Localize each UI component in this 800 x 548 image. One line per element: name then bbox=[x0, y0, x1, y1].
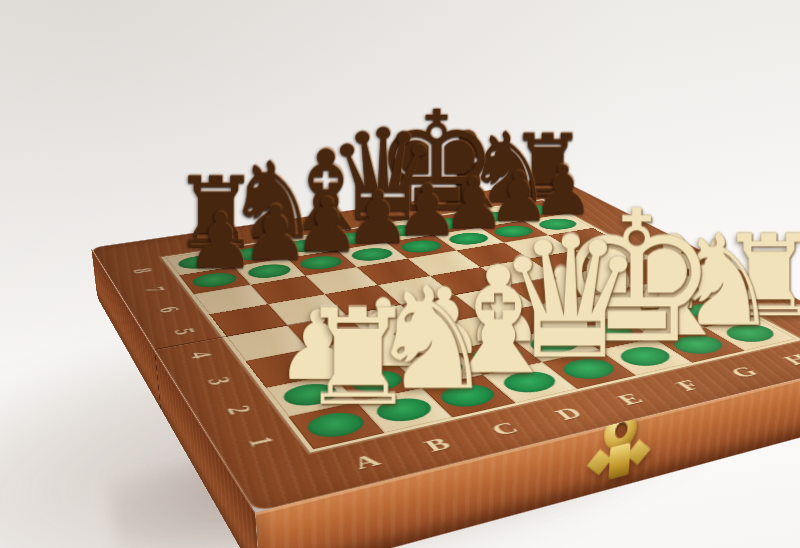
fold-seam-side bbox=[154, 350, 161, 410]
square-a1[interactable]: ♜ bbox=[288, 402, 384, 449]
file-label-text: C bbox=[485, 418, 523, 439]
file-label-text: B bbox=[419, 434, 456, 456]
piece-black-pawn-a7[interactable]: ♟ bbox=[186, 203, 243, 280]
file-label-text: E bbox=[611, 390, 648, 409]
file-label-text: A bbox=[347, 450, 385, 473]
rank-label-text: 7 bbox=[139, 285, 171, 294]
clasp-hasp bbox=[608, 443, 630, 480]
file-label-text: H bbox=[777, 351, 800, 368]
rank-label-text: 4 bbox=[183, 349, 219, 361]
rank-label-text: 6 bbox=[152, 305, 185, 315]
scene: ♜♞♝♛♚♝♞♜♟♟♟♟♟♟♟♟♟♟♟♟♟♟♟♟♜♞♝♛♚♝♞♜ 8765432… bbox=[0, 0, 800, 548]
rank-label-text: 3 bbox=[200, 375, 238, 388]
clasp-wing-right-icon bbox=[626, 439, 650, 465]
rank-label-text: 5 bbox=[167, 326, 202, 337]
rank-label-text: 1 bbox=[240, 434, 282, 449]
piece-white-rook-a1[interactable]: ♜ bbox=[298, 292, 372, 425]
rank-label-text: 2 bbox=[219, 403, 259, 417]
file-label-text: G bbox=[724, 363, 764, 381]
rank-label-text: 8 bbox=[127, 267, 158, 275]
file-label-text: F bbox=[670, 376, 706, 393]
chess-board: ♜♞♝♛♚♝♞♜♟♟♟♟♟♟♟♟♟♟♟♟♟♟♟♟♜♞♝♛♚♝♞♜ 8765432… bbox=[91, 180, 800, 513]
file-label-text: D bbox=[549, 403, 588, 423]
